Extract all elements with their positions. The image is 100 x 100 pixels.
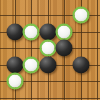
go-stone-black[interactable] [39, 23, 56, 40]
go-stone-white[interactable] [39, 40, 56, 57]
go-stone-white[interactable] [56, 23, 73, 40]
go-stone-white[interactable] [23, 23, 40, 40]
go-stone-white[interactable] [6, 73, 23, 90]
go-stone-white[interactable] [72, 7, 89, 24]
go-stone-black[interactable] [39, 56, 56, 73]
go-stone-white[interactable] [23, 56, 40, 73]
go-stone-black[interactable] [6, 23, 23, 40]
grid-line-horizontal [0, 98, 100, 99]
go-board[interactable] [0, 0, 100, 100]
go-stone-black[interactable] [6, 56, 23, 73]
go-stone-black[interactable] [72, 56, 89, 73]
go-stone-black[interactable] [56, 40, 73, 57]
